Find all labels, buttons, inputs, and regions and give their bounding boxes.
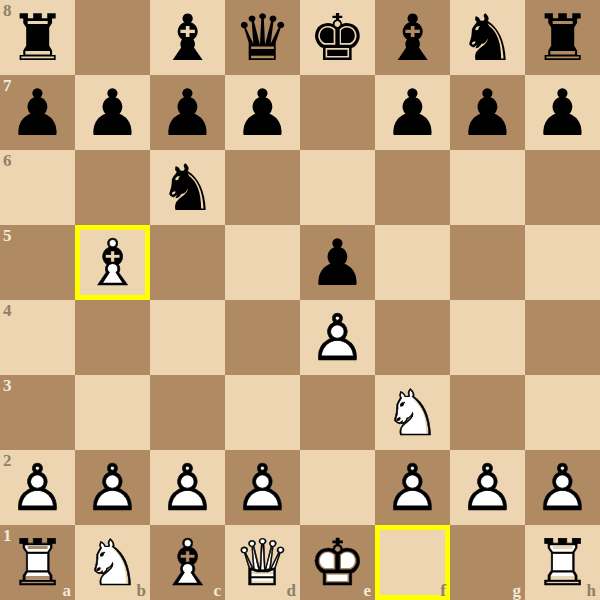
square-e5[interactable]: ♟ (300, 225, 375, 300)
black-pawn[interactable]: ♟ (75, 75, 150, 150)
white-bishop[interactable]: ♝♗ (75, 225, 150, 300)
white-pawn[interactable]: ♟♙ (0, 450, 75, 525)
square-g5[interactable] (450, 225, 525, 300)
white-knight[interactable]: ♞♘ (375, 375, 450, 450)
chess-board: ♜8♝♛♚♝♞♜♟7♟♟♟♟♟♟6♞5♝♗♟4♟♙3♞♘♟♙2♟♙♟♙♟♙♟♙♟… (0, 0, 600, 600)
square-e7[interactable] (300, 75, 375, 150)
square-f8[interactable]: ♝ (375, 0, 450, 75)
square-d8[interactable]: ♛ (225, 0, 300, 75)
square-d5[interactable] (225, 225, 300, 300)
square-h5[interactable] (525, 225, 600, 300)
black-bishop[interactable]: ♝ (150, 0, 225, 75)
square-a4[interactable]: 4 (0, 300, 75, 375)
square-h1[interactable]: ♜♖h (525, 525, 600, 600)
square-b1[interactable]: ♞♘b (75, 525, 150, 600)
square-b3[interactable] (75, 375, 150, 450)
square-c3[interactable] (150, 375, 225, 450)
white-pawn[interactable]: ♟♙ (225, 450, 300, 525)
square-g1[interactable]: g (450, 525, 525, 600)
square-a2[interactable]: ♟♙2 (0, 450, 75, 525)
square-h3[interactable] (525, 375, 600, 450)
black-queen[interactable]: ♛ (225, 0, 300, 75)
white-rook[interactable]: ♜♖ (0, 525, 75, 600)
square-d4[interactable] (225, 300, 300, 375)
black-pawn[interactable]: ♟ (0, 75, 75, 150)
white-pawn[interactable]: ♟♙ (375, 450, 450, 525)
square-c6[interactable]: ♞ (150, 150, 225, 225)
black-king[interactable]: ♚ (300, 0, 375, 75)
square-c7[interactable]: ♟ (150, 75, 225, 150)
white-pawn[interactable]: ♟♙ (450, 450, 525, 525)
square-c2[interactable]: ♟♙ (150, 450, 225, 525)
white-bishop[interactable]: ♝♗ (150, 525, 225, 600)
square-g6[interactable] (450, 150, 525, 225)
square-f7[interactable]: ♟ (375, 75, 450, 150)
black-pawn[interactable]: ♟ (225, 75, 300, 150)
white-rook[interactable]: ♜♖ (525, 525, 600, 600)
white-knight[interactable]: ♞♘ (75, 525, 150, 600)
square-d3[interactable] (225, 375, 300, 450)
white-pawn[interactable]: ♟♙ (75, 450, 150, 525)
square-h7[interactable]: ♟ (525, 75, 600, 150)
square-e3[interactable] (300, 375, 375, 450)
square-g4[interactable] (450, 300, 525, 375)
square-h8[interactable]: ♜ (525, 0, 600, 75)
square-e2[interactable] (300, 450, 375, 525)
square-f2[interactable]: ♟♙ (375, 450, 450, 525)
square-e4[interactable]: ♟♙ (300, 300, 375, 375)
black-pawn[interactable]: ♟ (300, 225, 375, 300)
square-b5[interactable]: ♝♗ (75, 225, 150, 300)
square-d6[interactable] (225, 150, 300, 225)
white-pawn[interactable]: ♟♙ (525, 450, 600, 525)
square-f4[interactable] (375, 300, 450, 375)
square-h6[interactable] (525, 150, 600, 225)
square-h4[interactable] (525, 300, 600, 375)
square-f5[interactable] (375, 225, 450, 300)
square-c8[interactable]: ♝ (150, 0, 225, 75)
square-a6[interactable]: 6 (0, 150, 75, 225)
black-rook[interactable]: ♜ (0, 0, 75, 75)
file-label-f: f (440, 582, 446, 599)
square-b2[interactable]: ♟♙ (75, 450, 150, 525)
square-a3[interactable]: 3 (0, 375, 75, 450)
square-a7[interactable]: ♟7 (0, 75, 75, 150)
white-queen[interactable]: ♛♕ (225, 525, 300, 600)
square-f6[interactable] (375, 150, 450, 225)
rank-label-4: 4 (3, 302, 12, 319)
square-g2[interactable]: ♟♙ (450, 450, 525, 525)
black-rook[interactable]: ♜ (525, 0, 600, 75)
black-pawn[interactable]: ♟ (375, 75, 450, 150)
rank-label-6: 6 (3, 152, 12, 169)
black-bishop[interactable]: ♝ (375, 0, 450, 75)
square-b7[interactable]: ♟ (75, 75, 150, 150)
square-h2[interactable]: ♟♙ (525, 450, 600, 525)
square-e1[interactable]: ♚♔e (300, 525, 375, 600)
square-a5[interactable]: 5 (0, 225, 75, 300)
square-d7[interactable]: ♟ (225, 75, 300, 150)
square-b4[interactable] (75, 300, 150, 375)
square-b8[interactable] (75, 0, 150, 75)
square-b6[interactable] (75, 150, 150, 225)
white-pawn[interactable]: ♟♙ (300, 300, 375, 375)
white-king[interactable]: ♚♔ (300, 525, 375, 600)
white-pawn[interactable]: ♟♙ (150, 450, 225, 525)
square-d2[interactable]: ♟♙ (225, 450, 300, 525)
black-pawn[interactable]: ♟ (450, 75, 525, 150)
square-a1[interactable]: ♜♖1a (0, 525, 75, 600)
square-d1[interactable]: ♛♕d (225, 525, 300, 600)
black-knight[interactable]: ♞ (450, 0, 525, 75)
black-knight[interactable]: ♞ (150, 150, 225, 225)
square-f3[interactable]: ♞♘ (375, 375, 450, 450)
square-c4[interactable] (150, 300, 225, 375)
square-e8[interactable]: ♚ (300, 0, 375, 75)
square-g7[interactable]: ♟ (450, 75, 525, 150)
square-c5[interactable] (150, 225, 225, 300)
square-a8[interactable]: ♜8 (0, 0, 75, 75)
rank-label-5: 5 (3, 227, 12, 244)
square-e6[interactable] (300, 150, 375, 225)
square-f1[interactable]: f (375, 525, 450, 600)
black-pawn[interactable]: ♟ (150, 75, 225, 150)
square-g8[interactable]: ♞ (450, 0, 525, 75)
black-pawn[interactable]: ♟ (525, 75, 600, 150)
file-label-g: g (513, 582, 522, 599)
square-c1[interactable]: ♝♗c (150, 525, 225, 600)
square-g3[interactable] (450, 375, 525, 450)
rank-label-3: 3 (3, 377, 12, 394)
